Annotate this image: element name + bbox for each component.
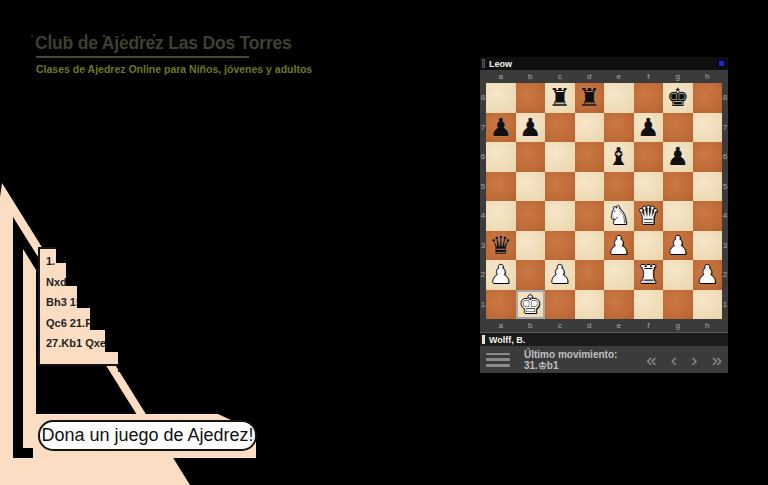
square-g5[interactable]: [663, 172, 693, 202]
move-line: Qc6 21.R: [46, 313, 106, 334]
rank-label-5: 5: [722, 172, 728, 202]
square-c7[interactable]: [545, 113, 575, 143]
rank-label-3: 3: [722, 231, 728, 261]
square-g1[interactable]: [663, 290, 693, 320]
bottom-player-bar: Wolff, B.: [480, 332, 728, 346]
square-b3[interactable]: [516, 231, 546, 261]
square-b4[interactable]: [516, 201, 546, 231]
white-knight[interactable]: ♞: [608, 201, 630, 231]
rank-label-1: 1: [722, 290, 728, 320]
square-c3[interactable]: [545, 231, 575, 261]
square-b1[interactable]: ♚: [516, 290, 546, 320]
menu-icon[interactable]: [486, 353, 510, 367]
square-h2[interactable]: ♟: [693, 260, 723, 290]
square-a4[interactable]: [486, 201, 516, 231]
page-subtitle: Clases de Ajedrez Online para Niños, jóv…: [36, 63, 312, 75]
file-label-a: a: [486, 72, 516, 81]
square-d4[interactable]: [575, 201, 605, 231]
square-d5[interactable]: [575, 172, 605, 202]
square-g4[interactable]: [663, 201, 693, 231]
file-label-c: c: [545, 72, 575, 81]
file-label-e: e: [604, 321, 634, 330]
square-e1[interactable]: [604, 290, 634, 320]
white-king[interactable]: ♚: [519, 290, 541, 320]
square-d3[interactable]: [575, 231, 605, 261]
square-c5[interactable]: [545, 172, 575, 202]
square-b2[interactable]: [516, 260, 546, 290]
square-h7[interactable]: [693, 113, 723, 143]
square-a5[interactable]: [486, 172, 516, 202]
square-d7[interactable]: [575, 113, 605, 143]
white-queen[interactable]: ♛: [637, 201, 659, 231]
move-line: Nxd: [46, 272, 106, 293]
white-pawn[interactable]: ♟: [667, 231, 689, 261]
square-c4[interactable]: [545, 201, 575, 231]
file-label-h: h: [693, 321, 723, 330]
square-e6[interactable]: ♝: [604, 142, 634, 172]
black-player-marker-icon: [482, 59, 485, 68]
top-player-bar: Leow: [480, 57, 728, 70]
square-e7[interactable]: [604, 113, 634, 143]
square-d6[interactable]: [575, 142, 605, 172]
rank-label-4: 4: [722, 201, 728, 231]
file-label-f: f: [634, 72, 664, 81]
move-line: Bh3 15: [46, 292, 106, 313]
square-a6[interactable]: [486, 142, 516, 172]
square-g7[interactable]: [663, 113, 693, 143]
square-b6[interactable]: [516, 142, 546, 172]
square-d1[interactable]: [575, 290, 605, 320]
white-pawn[interactable]: ♟: [490, 260, 512, 290]
donate-button[interactable]: Dona un juego de Ajedrez!: [38, 420, 257, 451]
black-bishop[interactable]: ♝: [608, 142, 630, 172]
file-label-b: b: [516, 72, 546, 81]
square-a1[interactable]: [486, 290, 516, 320]
chess-board: ♜♜♚♟♟♟♝♟♞♛♛♟♟♟♟♜♟♚: [486, 83, 722, 319]
square-f5[interactable]: [634, 172, 664, 202]
file-label-d: d: [575, 72, 605, 81]
widget-settings-icon[interactable]: [718, 60, 725, 67]
square-h8[interactable]: [693, 83, 723, 113]
square-f8[interactable]: [634, 83, 664, 113]
square-g2[interactable]: [663, 260, 693, 290]
file-label-f: f: [634, 321, 664, 330]
white-pawn[interactable]: ♟: [549, 260, 571, 290]
square-f6[interactable]: [634, 142, 664, 172]
bottom-player-name: Wolff, B.: [489, 335, 525, 345]
rank-label-2: 2: [722, 260, 728, 290]
file-label-e: e: [604, 72, 634, 81]
square-g8[interactable]: ♚: [663, 83, 693, 113]
square-b8[interactable]: [516, 83, 546, 113]
black-rook[interactable]: ♜: [549, 83, 571, 113]
black-pawn[interactable]: ♟: [490, 113, 512, 143]
rank-label-8: 8: [722, 83, 728, 113]
file-labels-top: abcdefgh: [480, 70, 728, 83]
white-player-marker-icon: [482, 335, 485, 344]
square-f4[interactable]: ♛: [634, 201, 664, 231]
white-pawn[interactable]: ♟: [608, 231, 630, 261]
square-e3[interactable]: ♟: [604, 231, 634, 261]
last-move-status: Último movimiento: 31.♔b1: [524, 349, 646, 371]
file-labels-bottom: abcdefgh: [480, 319, 728, 332]
first-move-button[interactable]: «: [646, 350, 657, 369]
move-line: 1.: [46, 251, 106, 272]
square-h1[interactable]: [693, 290, 723, 320]
file-label-a: a: [486, 321, 516, 330]
square-e2[interactable]: [604, 260, 634, 290]
rank-label-7: 7: [722, 113, 728, 143]
square-a7[interactable]: ♟: [486, 113, 516, 143]
black-pawn[interactable]: ♟: [667, 142, 689, 172]
next-move-button[interactable]: ›: [691, 350, 697, 369]
move-line: 27.Kb1 Qxe: [46, 333, 106, 354]
square-g3[interactable]: ♟: [663, 231, 693, 261]
chess-widget: Leow abcdefgh 87654321 ♜♜♚♟♟♟♝♟♞♛♛♟♟♟♟♜♟…: [480, 57, 728, 373]
black-rook[interactable]: ♜: [578, 83, 600, 113]
move-list: 1.NxdBh3 15Qc6 21.R27.Kb1 Qxe: [46, 251, 106, 354]
square-a2[interactable]: ♟: [486, 260, 516, 290]
black-pawn[interactable]: ♟: [637, 113, 659, 143]
file-label-c: c: [545, 321, 575, 330]
prev-move-button[interactable]: ‹: [671, 350, 677, 369]
square-d2[interactable]: [575, 260, 605, 290]
square-a8[interactable]: [486, 83, 516, 113]
square-f1[interactable]: [634, 290, 664, 320]
square-f3[interactable]: [634, 231, 664, 261]
square-e8[interactable]: [604, 83, 634, 113]
white-pawn[interactable]: ♟: [696, 260, 718, 290]
file-label-b: b: [516, 321, 546, 330]
white-rook[interactable]: ♜: [637, 260, 659, 290]
top-player-name: Leow: [489, 59, 512, 69]
square-b5[interactable]: [516, 172, 546, 202]
square-c1[interactable]: [545, 290, 575, 320]
square-c6[interactable]: [545, 142, 575, 172]
last-move-button[interactable]: »: [711, 350, 722, 369]
black-queen[interactable]: ♛: [490, 231, 512, 261]
rank-labels-right: 87654321: [722, 83, 728, 319]
square-f7[interactable]: ♟: [634, 113, 664, 143]
square-h4[interactable]: [693, 201, 723, 231]
black-pawn[interactable]: ♟: [519, 113, 541, 143]
widget-controls: Último movimiento: 31.♔b1 « ‹ › »: [480, 346, 728, 373]
square-h3[interactable]: [693, 231, 723, 261]
square-e4[interactable]: ♞: [604, 201, 634, 231]
file-label-g: g: [663, 321, 693, 330]
file-label-h: h: [693, 72, 723, 81]
square-g6[interactable]: ♟: [663, 142, 693, 172]
square-c2[interactable]: ♟: [545, 260, 575, 290]
black-king[interactable]: ♚: [667, 83, 689, 113]
square-f2[interactable]: ♜: [634, 260, 664, 290]
page-title: Club de Ajedrez Las Dos Torres: [35, 33, 292, 54]
file-label-g: g: [663, 72, 693, 81]
square-h6[interactable]: [693, 142, 723, 172]
rank-label-6: 6: [722, 142, 728, 172]
square-b7[interactable]: ♟: [516, 113, 546, 143]
file-label-d: d: [575, 321, 605, 330]
square-c8[interactable]: ♜: [545, 83, 575, 113]
square-d8[interactable]: ♜: [575, 83, 605, 113]
square-a3[interactable]: ♛: [486, 231, 516, 261]
square-e5[interactable]: [604, 172, 634, 202]
title-underline: [36, 56, 249, 58]
square-h5[interactable]: [693, 172, 723, 202]
